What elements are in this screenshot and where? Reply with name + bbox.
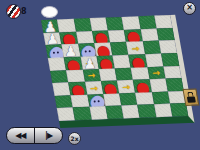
game-window: 8 × ♟♟●●●●♟●●→●♟→●●→→●→●→●● ◀◀ |▶ 2x — [0, 0, 200, 150]
path-arrow-marker: → — [147, 68, 165, 80]
close-button[interactable]: × — [183, 2, 196, 15]
square-r5c8[interactable] — [163, 65, 181, 78]
locked-exit — [182, 88, 199, 106]
square-r4c8[interactable] — [161, 53, 179, 66]
step-forward-button[interactable]: |▶ — [35, 128, 62, 143]
ball-face — [52, 51, 54, 53]
speed-toggle-button[interactable]: 2x — [68, 132, 81, 145]
game-board: ♟♟●●●●♟●●→●♟→●●→→●→●→●● — [41, 15, 194, 128]
path-arrow-marker: → — [117, 82, 135, 94]
square-r6c8[interactable] — [165, 78, 183, 91]
square-r3c8[interactable] — [159, 40, 177, 53]
token-count: 8 — [21, 7, 27, 16]
padlock-icon — [187, 91, 194, 96]
square-r2c8[interactable] — [156, 28, 174, 41]
ball-face — [84, 50, 86, 52]
playback-controls: ◀◀ |▶ — [6, 127, 63, 144]
square-r1c8[interactable] — [154, 15, 172, 28]
striped-token-icon — [6, 4, 21, 19]
thought-bubble — [41, 6, 58, 18]
rewind-button[interactable]: ◀◀ — [7, 128, 34, 143]
path-arrow-marker: → — [83, 70, 101, 82]
